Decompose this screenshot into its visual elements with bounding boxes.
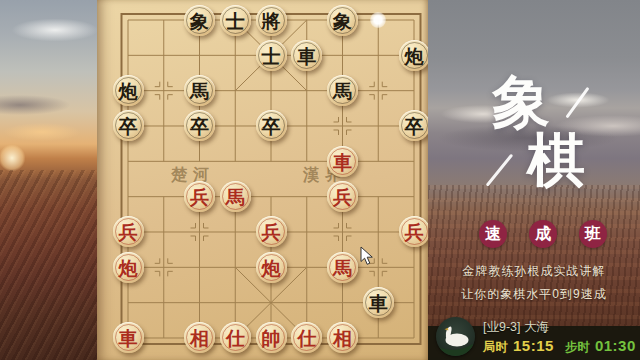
piece-red-cannon[interactable]: 炮: [256, 252, 287, 283]
piece-red-advisor[interactable]: 仕: [291, 322, 322, 353]
move-time-value: 01:30: [595, 337, 636, 354]
piece-label: 將: [256, 5, 287, 36]
promo-panel: 象 棋 速 成 班 金牌教练孙根成实战讲解 让你的象棋水平0到9速成 [业9-3…: [428, 0, 640, 360]
badge-su: 速: [479, 220, 507, 248]
time-row: 局时 15:15 步时 01:30: [483, 337, 636, 356]
piece-label: 卒: [256, 111, 287, 142]
piece-black-cannon[interactable]: 炮: [113, 75, 144, 106]
piece-label: 炮: [113, 76, 144, 107]
piece-label: 卒: [399, 111, 430, 142]
player-avatar[interactable]: [436, 317, 475, 356]
piece-red-elephant[interactable]: 相: [327, 322, 358, 353]
piece-label: 象: [184, 5, 215, 36]
piece-label: 馬: [184, 76, 215, 107]
piece-black-chariot[interactable]: 車: [363, 287, 394, 318]
canyon-texture: [428, 185, 640, 330]
piece-red-soldier[interactable]: 兵: [327, 181, 358, 212]
piece-black-elephant[interactable]: 象: [327, 5, 358, 36]
piece-red-cannon[interactable]: 炮: [113, 252, 144, 283]
title-slash-decoration: [565, 87, 589, 118]
piece-red-horse[interactable]: 馬: [220, 181, 251, 212]
badge-ban: 班: [579, 220, 607, 248]
piece-label: 炮: [113, 252, 144, 283]
piece-label: 馬: [220, 182, 251, 213]
piece-red-elephant[interactable]: 相: [184, 322, 215, 353]
game-time-label: 局时: [483, 339, 508, 356]
piece-black-general[interactable]: 將: [256, 5, 287, 36]
piece-label: 仕: [220, 323, 251, 354]
piece-label: 車: [327, 146, 358, 177]
title-char-qi: 棋: [526, 131, 586, 191]
piece-label: 車: [363, 288, 394, 319]
piece-red-advisor[interactable]: 仕: [220, 322, 251, 353]
piece-red-soldier[interactable]: 兵: [256, 216, 287, 247]
piece-red-horse[interactable]: 馬: [327, 252, 358, 283]
piece-black-horse[interactable]: 馬: [184, 75, 215, 106]
piece-red-chariot[interactable]: 車: [327, 146, 358, 177]
piece-label: 車: [113, 323, 144, 354]
piece-black-elephant[interactable]: 象: [184, 5, 215, 36]
piece-label: 兵: [184, 182, 215, 213]
piece-red-chariot[interactable]: 車: [113, 322, 144, 353]
promo-line-2: 让你的象棋水平0到9速成: [428, 286, 640, 303]
piece-label: 馬: [327, 76, 358, 107]
piece-red-soldier[interactable]: 兵: [399, 216, 430, 247]
player-name: [业9-3] 大海: [483, 319, 549, 336]
piece-label: 兵: [327, 182, 358, 213]
title-slash-decoration: [486, 154, 513, 187]
piece-black-horse[interactable]: 馬: [327, 75, 358, 106]
piece-label: 兵: [399, 217, 430, 248]
piece-black-cannon[interactable]: 炮: [399, 40, 430, 71]
piece-red-soldier[interactable]: 兵: [113, 216, 144, 247]
game-time-value: 15:15: [513, 337, 554, 354]
piece-label: 相: [184, 323, 215, 354]
background-photo-left: [0, 0, 97, 360]
piece-label: 車: [291, 40, 322, 71]
piece-red-general[interactable]: 帥: [256, 322, 287, 353]
piece-label: 炮: [256, 252, 287, 283]
piece-label: 卒: [113, 111, 144, 142]
piece-black-advisor[interactable]: 士: [220, 5, 251, 36]
piece-black-soldier[interactable]: 卒: [256, 110, 287, 141]
piece-black-soldier[interactable]: 卒: [184, 110, 215, 141]
piece-red-soldier[interactable]: 兵: [184, 181, 215, 212]
piece-black-soldier[interactable]: 卒: [113, 110, 144, 141]
piece-label: 帥: [256, 323, 287, 354]
app-root: 楚河 漢界 象士將象士車炮炮馬馬卒卒卒卒車兵馬兵兵兵兵炮炮馬車車相仕帥仕相 象 …: [0, 0, 640, 360]
piece-label: 相: [327, 323, 358, 354]
promo-line-1: 金牌教练孙根成实战讲解: [428, 263, 640, 280]
piece-label: 兵: [256, 217, 287, 248]
piece-label: 仕: [291, 323, 322, 354]
goose-avatar-icon: [436, 317, 475, 356]
piece-label: 馬: [327, 252, 358, 283]
piece-label: 象: [327, 5, 358, 36]
piece-black-soldier[interactable]: 卒: [399, 110, 430, 141]
piece-label: 士: [256, 40, 287, 71]
piece-label: 卒: [184, 111, 215, 142]
piece-black-chariot[interactable]: 車: [291, 40, 322, 71]
move-time-label: 步时: [565, 339, 590, 356]
piece-black-advisor[interactable]: 士: [256, 40, 287, 71]
piece-label: 兵: [113, 217, 144, 248]
piece-label: 炮: [399, 40, 430, 71]
badge-cheng: 成: [529, 220, 557, 248]
piece-label: 士: [220, 5, 251, 36]
title-char-xiang: 象: [491, 73, 551, 133]
